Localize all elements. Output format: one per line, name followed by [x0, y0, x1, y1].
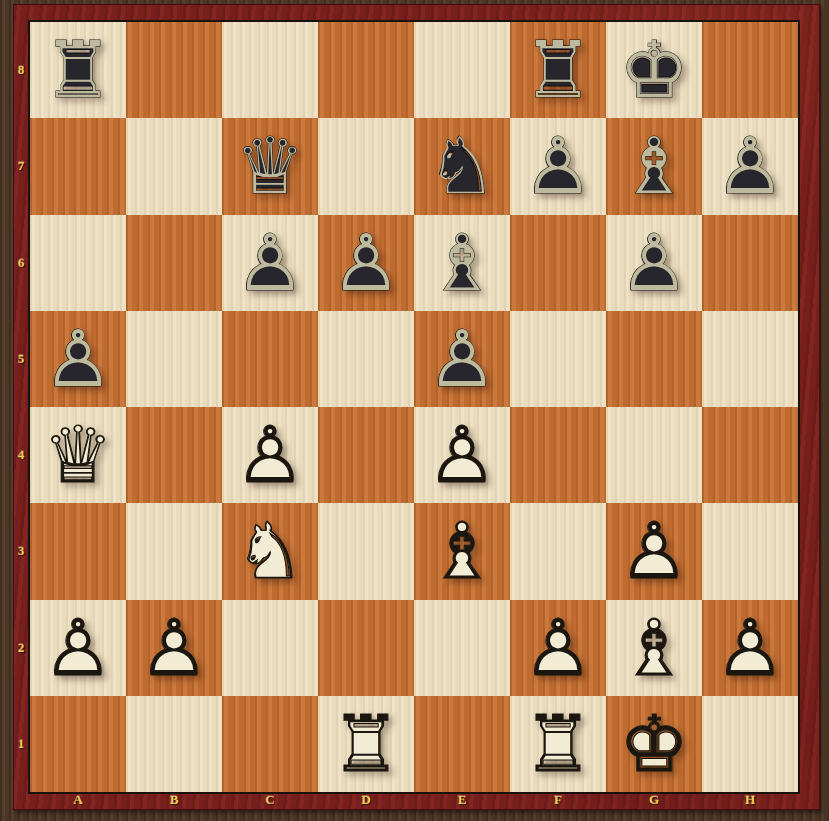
white-bishop-g2[interactable]: ♝♗ [606, 600, 702, 696]
rook-icon: ♜ [30, 22, 126, 118]
queen-icon: ♛ [222, 118, 318, 214]
board-grid: ♜♖♜♖♚♔♛♕♞♘♟♙♝♗♟♙♟♙♟♙♝♗♟♙♟♙♟♙♛♕♟♙♟♙♞♘♝♗♟♙… [30, 22, 798, 792]
white-queen-a4[interactable]: ♛♕ [30, 407, 126, 503]
square-f6[interactable] [510, 215, 606, 311]
king-icon: ♚ [606, 22, 702, 118]
white-pawn-a2[interactable]: ♟♙ [30, 600, 126, 696]
square-f4[interactable] [510, 407, 606, 503]
pawn-outline-icon: ♙ [30, 311, 126, 407]
white-pawn-g3[interactable]: ♟♙ [606, 503, 702, 599]
rank-label-3: 3 [13, 503, 29, 599]
black-bishop-e6[interactable]: ♝♗ [414, 215, 510, 311]
square-d3[interactable] [318, 503, 414, 599]
black-king-g8[interactable]: ♚♔ [606, 22, 702, 118]
square-a1[interactable] [30, 696, 126, 792]
rook-icon: ♜ [510, 696, 606, 792]
square-b2[interactable]: ♟♙ [126, 600, 222, 696]
square-h1[interactable] [702, 696, 798, 792]
square-b5[interactable] [126, 311, 222, 407]
pawn-outline-icon: ♙ [318, 215, 414, 311]
square-c2[interactable] [222, 600, 318, 696]
pawn-outline-icon: ♙ [702, 118, 798, 214]
black-knight-e7[interactable]: ♞♘ [414, 118, 510, 214]
bishop-outline-icon: ♗ [414, 503, 510, 599]
black-rook-a8[interactable]: ♜♖ [30, 22, 126, 118]
square-g1[interactable]: ♚♔ [606, 696, 702, 792]
square-h3[interactable] [702, 503, 798, 599]
square-c8[interactable] [222, 22, 318, 118]
square-d2[interactable] [318, 600, 414, 696]
square-c1[interactable] [222, 696, 318, 792]
white-bishop-e3[interactable]: ♝♗ [414, 503, 510, 599]
rook-icon: ♜ [318, 696, 414, 792]
chess-app: 87654321 ABCDEFGH ♜♖♜♖♚♔♛♕♞♘♟♙♝♗♟♙♟♙♟♙♝♗… [0, 0, 829, 821]
square-c6[interactable]: ♟♙ [222, 215, 318, 311]
white-pawn-b2[interactable]: ♟♙ [126, 600, 222, 696]
square-c5[interactable] [222, 311, 318, 407]
pawn-outline-icon: ♙ [606, 215, 702, 311]
black-rook-f8[interactable]: ♜♖ [510, 22, 606, 118]
pawn-icon: ♟ [702, 118, 798, 214]
square-g6[interactable]: ♟♙ [606, 215, 702, 311]
square-e8[interactable] [414, 22, 510, 118]
knight-icon: ♞ [222, 503, 318, 599]
queen-outline-icon: ♕ [222, 118, 318, 214]
square-h8[interactable] [702, 22, 798, 118]
square-h2[interactable]: ♟♙ [702, 600, 798, 696]
bishop-icon: ♝ [414, 503, 510, 599]
square-f5[interactable] [510, 311, 606, 407]
white-pawn-f2[interactable]: ♟♙ [510, 600, 606, 696]
white-pawn-c4[interactable]: ♟♙ [222, 407, 318, 503]
square-d8[interactable] [318, 22, 414, 118]
square-f3[interactable] [510, 503, 606, 599]
pawn-icon: ♟ [510, 118, 606, 214]
pawn-outline-icon: ♙ [126, 600, 222, 696]
rook-outline-icon: ♖ [510, 22, 606, 118]
knight-icon: ♞ [414, 118, 510, 214]
rank-label-5: 5 [13, 311, 29, 407]
square-e2[interactable] [414, 600, 510, 696]
square-b7[interactable] [126, 118, 222, 214]
black-queen-c7[interactable]: ♛♕ [222, 118, 318, 214]
pawn-outline-icon: ♙ [510, 600, 606, 696]
square-e4[interactable]: ♟♙ [414, 407, 510, 503]
square-b6[interactable] [126, 215, 222, 311]
square-e1[interactable] [414, 696, 510, 792]
pawn-outline-icon: ♙ [30, 600, 126, 696]
queen-outline-icon: ♕ [30, 407, 126, 503]
square-a7[interactable] [30, 118, 126, 214]
square-b1[interactable] [126, 696, 222, 792]
square-a5[interactable]: ♟♙ [30, 311, 126, 407]
pawn-outline-icon: ♙ [606, 503, 702, 599]
square-a8[interactable]: ♜♖ [30, 22, 126, 118]
rook-outline-icon: ♖ [510, 696, 606, 792]
square-g5[interactable] [606, 311, 702, 407]
black-pawn-e5[interactable]: ♟♙ [414, 311, 510, 407]
rook-outline-icon: ♖ [30, 22, 126, 118]
bishop-icon: ♝ [606, 118, 702, 214]
pawn-icon: ♟ [414, 311, 510, 407]
pawn-icon: ♟ [30, 600, 126, 696]
square-f8[interactable]: ♜♖ [510, 22, 606, 118]
square-a4[interactable]: ♛♕ [30, 407, 126, 503]
square-g8[interactable]: ♚♔ [606, 22, 702, 118]
black-pawn-g6[interactable]: ♟♙ [606, 215, 702, 311]
white-rook-f1[interactable]: ♜♖ [510, 696, 606, 792]
pawn-icon: ♟ [318, 215, 414, 311]
rank-label-6: 6 [13, 215, 29, 311]
white-pawn-e4[interactable]: ♟♙ [414, 407, 510, 503]
rank-label-4: 4 [13, 407, 29, 503]
square-e7[interactable]: ♞♘ [414, 118, 510, 214]
square-g7[interactable]: ♝♗ [606, 118, 702, 214]
square-c3[interactable]: ♞♘ [222, 503, 318, 599]
pawn-icon: ♟ [222, 215, 318, 311]
chess-board: ♜♖♜♖♚♔♛♕♞♘♟♙♝♗♟♙♟♙♟♙♝♗♟♙♟♙♟♙♛♕♟♙♟♙♞♘♝♗♟♙… [28, 20, 800, 794]
white-pawn-h2[interactable]: ♟♙ [702, 600, 798, 696]
black-bishop-g7[interactable]: ♝♗ [606, 118, 702, 214]
square-d5[interactable] [318, 311, 414, 407]
pawn-icon: ♟ [606, 503, 702, 599]
square-c4[interactable]: ♟♙ [222, 407, 318, 503]
square-g2[interactable]: ♝♗ [606, 600, 702, 696]
pawn-icon: ♟ [414, 407, 510, 503]
rank-labels: 87654321 [13, 22, 29, 792]
bishop-outline-icon: ♗ [606, 118, 702, 214]
king-icon: ♚ [606, 696, 702, 792]
king-outline-icon: ♔ [606, 696, 702, 792]
pawn-icon: ♟ [606, 215, 702, 311]
pawn-icon: ♟ [702, 600, 798, 696]
pawn-outline-icon: ♙ [702, 600, 798, 696]
pawn-outline-icon: ♙ [414, 407, 510, 503]
square-a2[interactable]: ♟♙ [30, 600, 126, 696]
rank-label-7: 7 [13, 118, 29, 214]
knight-outline-icon: ♘ [414, 118, 510, 214]
square-a6[interactable] [30, 215, 126, 311]
white-king-g1[interactable]: ♚♔ [606, 696, 702, 792]
square-e5[interactable]: ♟♙ [414, 311, 510, 407]
square-f7[interactable]: ♟♙ [510, 118, 606, 214]
bishop-outline-icon: ♗ [414, 215, 510, 311]
pawn-outline-icon: ♙ [510, 118, 606, 214]
square-d1[interactable]: ♜♖ [318, 696, 414, 792]
queen-icon: ♛ [30, 407, 126, 503]
black-pawn-d6[interactable]: ♟♙ [318, 215, 414, 311]
pawn-icon: ♟ [126, 600, 222, 696]
white-rook-d1[interactable]: ♜♖ [318, 696, 414, 792]
pawn-icon: ♟ [30, 311, 126, 407]
pawn-outline-icon: ♙ [222, 407, 318, 503]
square-d7[interactable] [318, 118, 414, 214]
bishop-outline-icon: ♗ [606, 600, 702, 696]
black-pawn-c6[interactable]: ♟♙ [222, 215, 318, 311]
rook-outline-icon: ♖ [318, 696, 414, 792]
square-a3[interactable] [30, 503, 126, 599]
square-f2[interactable]: ♟♙ [510, 600, 606, 696]
black-pawn-a5[interactable]: ♟♙ [30, 311, 126, 407]
black-pawn-h7[interactable]: ♟♙ [702, 118, 798, 214]
square-b3[interactable] [126, 503, 222, 599]
bishop-icon: ♝ [606, 600, 702, 696]
square-h5[interactable] [702, 311, 798, 407]
square-f1[interactable]: ♜♖ [510, 696, 606, 792]
rook-icon: ♜ [510, 22, 606, 118]
square-e3[interactable]: ♝♗ [414, 503, 510, 599]
bishop-icon: ♝ [414, 215, 510, 311]
king-outline-icon: ♔ [606, 22, 702, 118]
white-knight-c3[interactable]: ♞♘ [222, 503, 318, 599]
square-h7[interactable]: ♟♙ [702, 118, 798, 214]
square-e6[interactable]: ♝♗ [414, 215, 510, 311]
knight-outline-icon: ♘ [222, 503, 318, 599]
pawn-icon: ♟ [510, 600, 606, 696]
pawn-outline-icon: ♙ [222, 215, 318, 311]
rank-label-2: 2 [13, 600, 29, 696]
black-pawn-f7[interactable]: ♟♙ [510, 118, 606, 214]
square-d4[interactable] [318, 407, 414, 503]
square-d6[interactable]: ♟♙ [318, 215, 414, 311]
square-c7[interactable]: ♛♕ [222, 118, 318, 214]
square-b4[interactable] [126, 407, 222, 503]
square-h6[interactable] [702, 215, 798, 311]
pawn-icon: ♟ [222, 407, 318, 503]
square-b8[interactable] [126, 22, 222, 118]
square-g3[interactable]: ♟♙ [606, 503, 702, 599]
square-g4[interactable] [606, 407, 702, 503]
pawn-outline-icon: ♙ [414, 311, 510, 407]
rank-label-1: 1 [13, 696, 29, 792]
rank-label-8: 8 [13, 22, 29, 118]
square-h4[interactable] [702, 407, 798, 503]
